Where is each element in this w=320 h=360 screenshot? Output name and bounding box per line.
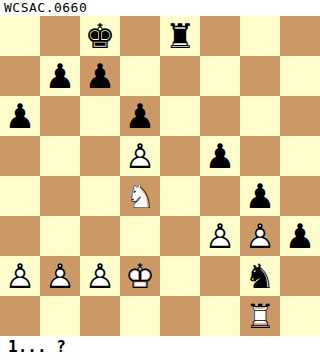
chess-board: ♚♜♟♟♟♟♟♙♟♞♘♟♟♙♟♙♟♟♙♟♙♟♙♚♔♞♜♖ [0, 16, 320, 336]
square-b6[interactable] [40, 96, 80, 136]
piece-glyph-outline: ♙ [80, 256, 120, 296]
square-e1[interactable] [160, 296, 200, 336]
piece-glyph-outline: ♖ [240, 296, 280, 336]
square-d6[interactable]: ♟ [120, 96, 160, 136]
square-e3[interactable] [160, 216, 200, 256]
square-h6[interactable] [280, 96, 320, 136]
square-e4[interactable] [160, 176, 200, 216]
square-h7[interactable] [280, 56, 320, 96]
square-h8[interactable] [280, 16, 320, 56]
black-pawn-piece: ♟ [240, 176, 280, 216]
white-king-piece: ♚♔ [120, 256, 160, 296]
black-pawn-piece: ♟ [200, 136, 240, 176]
square-a4[interactable] [0, 176, 40, 216]
piece-glyph: ♚ [80, 16, 120, 56]
square-a5[interactable] [0, 136, 40, 176]
square-e6[interactable] [160, 96, 200, 136]
piece-glyph: ♟ [120, 96, 160, 136]
square-d1[interactable] [120, 296, 160, 336]
black-pawn-piece: ♟ [0, 96, 40, 136]
piece-glyph: ♞ [240, 256, 280, 296]
square-b2[interactable]: ♟♙ [40, 256, 80, 296]
piece-glyph: ♜ [160, 16, 200, 56]
square-c8[interactable]: ♚ [80, 16, 120, 56]
white-pawn-piece: ♟♙ [0, 256, 40, 296]
square-e7[interactable] [160, 56, 200, 96]
square-f5[interactable]: ♟ [200, 136, 240, 176]
square-c3[interactable] [80, 216, 120, 256]
piece-glyph-outline: ♘ [120, 176, 160, 216]
piece-glyph-outline: ♙ [240, 216, 280, 256]
square-d7[interactable] [120, 56, 160, 96]
square-f7[interactable] [200, 56, 240, 96]
square-c2[interactable]: ♟♙ [80, 256, 120, 296]
square-b4[interactable] [40, 176, 80, 216]
black-pawn-piece: ♟ [40, 56, 80, 96]
square-f1[interactable] [200, 296, 240, 336]
white-pawn-piece: ♟♙ [120, 136, 160, 176]
piece-glyph: ♟ [240, 176, 280, 216]
square-g7[interactable] [240, 56, 280, 96]
square-h5[interactable] [280, 136, 320, 176]
black-pawn-piece: ♟ [280, 216, 320, 256]
white-pawn-piece: ♟♙ [80, 256, 120, 296]
piece-glyph: ♟ [40, 56, 80, 96]
black-rook-piece: ♜ [160, 16, 200, 56]
square-g4[interactable]: ♟ [240, 176, 280, 216]
square-f3[interactable]: ♟♙ [200, 216, 240, 256]
black-pawn-piece: ♟ [120, 96, 160, 136]
square-h3[interactable]: ♟ [280, 216, 320, 256]
square-b5[interactable] [40, 136, 80, 176]
square-g1[interactable]: ♜♖ [240, 296, 280, 336]
square-a1[interactable] [0, 296, 40, 336]
square-h4[interactable] [280, 176, 320, 216]
puzzle-title: WCSAC.0660 [0, 0, 320, 16]
square-b8[interactable] [40, 16, 80, 56]
square-a7[interactable] [0, 56, 40, 96]
square-e8[interactable]: ♜ [160, 16, 200, 56]
square-f6[interactable] [200, 96, 240, 136]
square-a8[interactable] [0, 16, 40, 56]
square-g5[interactable] [240, 136, 280, 176]
square-e2[interactable] [160, 256, 200, 296]
square-c1[interactable] [80, 296, 120, 336]
square-d3[interactable] [120, 216, 160, 256]
square-f8[interactable] [200, 16, 240, 56]
white-pawn-piece: ♟♙ [40, 256, 80, 296]
square-c7[interactable]: ♟ [80, 56, 120, 96]
piece-glyph-outline: ♙ [40, 256, 80, 296]
square-a6[interactable]: ♟ [0, 96, 40, 136]
piece-glyph-outline: ♙ [120, 136, 160, 176]
piece-glyph: ♟ [200, 136, 240, 176]
square-g6[interactable] [240, 96, 280, 136]
square-b3[interactable] [40, 216, 80, 256]
piece-glyph: ♟ [0, 96, 40, 136]
square-h2[interactable] [280, 256, 320, 296]
black-king-piece: ♚ [80, 16, 120, 56]
white-pawn-piece: ♟♙ [200, 216, 240, 256]
white-rook-piece: ♜♖ [240, 296, 280, 336]
square-d8[interactable] [120, 16, 160, 56]
white-knight-piece: ♞♘ [120, 176, 160, 216]
square-d4[interactable]: ♞♘ [120, 176, 160, 216]
square-c6[interactable] [80, 96, 120, 136]
square-c4[interactable] [80, 176, 120, 216]
square-b7[interactable]: ♟ [40, 56, 80, 96]
square-f4[interactable] [200, 176, 240, 216]
piece-glyph-outline: ♙ [200, 216, 240, 256]
move-prompt: 1... ? [0, 336, 320, 360]
square-b1[interactable] [40, 296, 80, 336]
square-c5[interactable] [80, 136, 120, 176]
piece-glyph-outline: ♙ [0, 256, 40, 296]
white-pawn-piece: ♟♙ [240, 216, 280, 256]
square-g3[interactable]: ♟♙ [240, 216, 280, 256]
square-h1[interactable] [280, 296, 320, 336]
square-g2[interactable]: ♞ [240, 256, 280, 296]
piece-glyph-outline: ♔ [120, 256, 160, 296]
black-pawn-piece: ♟ [80, 56, 120, 96]
square-f2[interactable] [200, 256, 240, 296]
square-a3[interactable] [0, 216, 40, 256]
square-d5[interactable]: ♟♙ [120, 136, 160, 176]
square-g8[interactable] [240, 16, 280, 56]
square-a2[interactable]: ♟♙ [0, 256, 40, 296]
square-e5[interactable] [160, 136, 200, 176]
black-knight-piece: ♞ [240, 256, 280, 296]
piece-glyph: ♟ [280, 216, 320, 256]
piece-glyph: ♟ [80, 56, 120, 96]
square-d2[interactable]: ♚♔ [120, 256, 160, 296]
chess-diagram-window: WCSAC.0660 ♚♜♟♟♟♟♟♙♟♞♘♟♟♙♟♙♟♟♙♟♙♟♙♚♔♞♜♖ … [0, 0, 320, 360]
